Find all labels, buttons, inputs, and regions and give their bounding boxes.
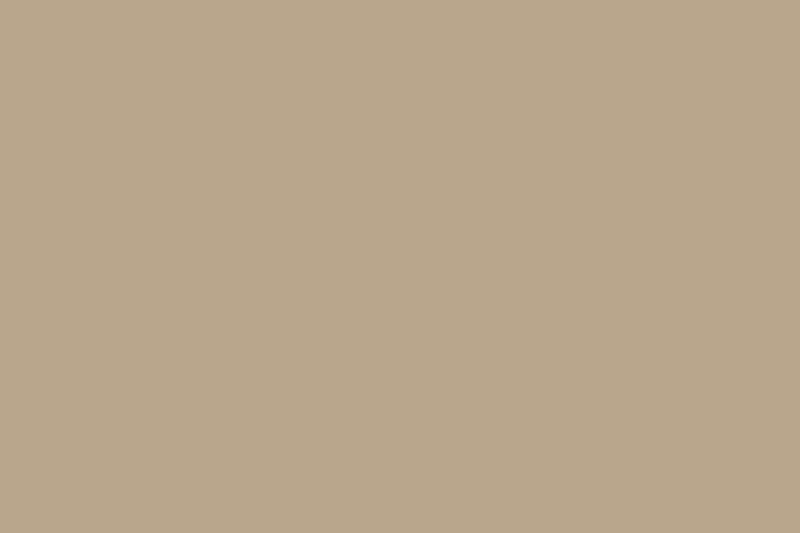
photo-scene [0,0,800,533]
scene-background [0,0,800,533]
